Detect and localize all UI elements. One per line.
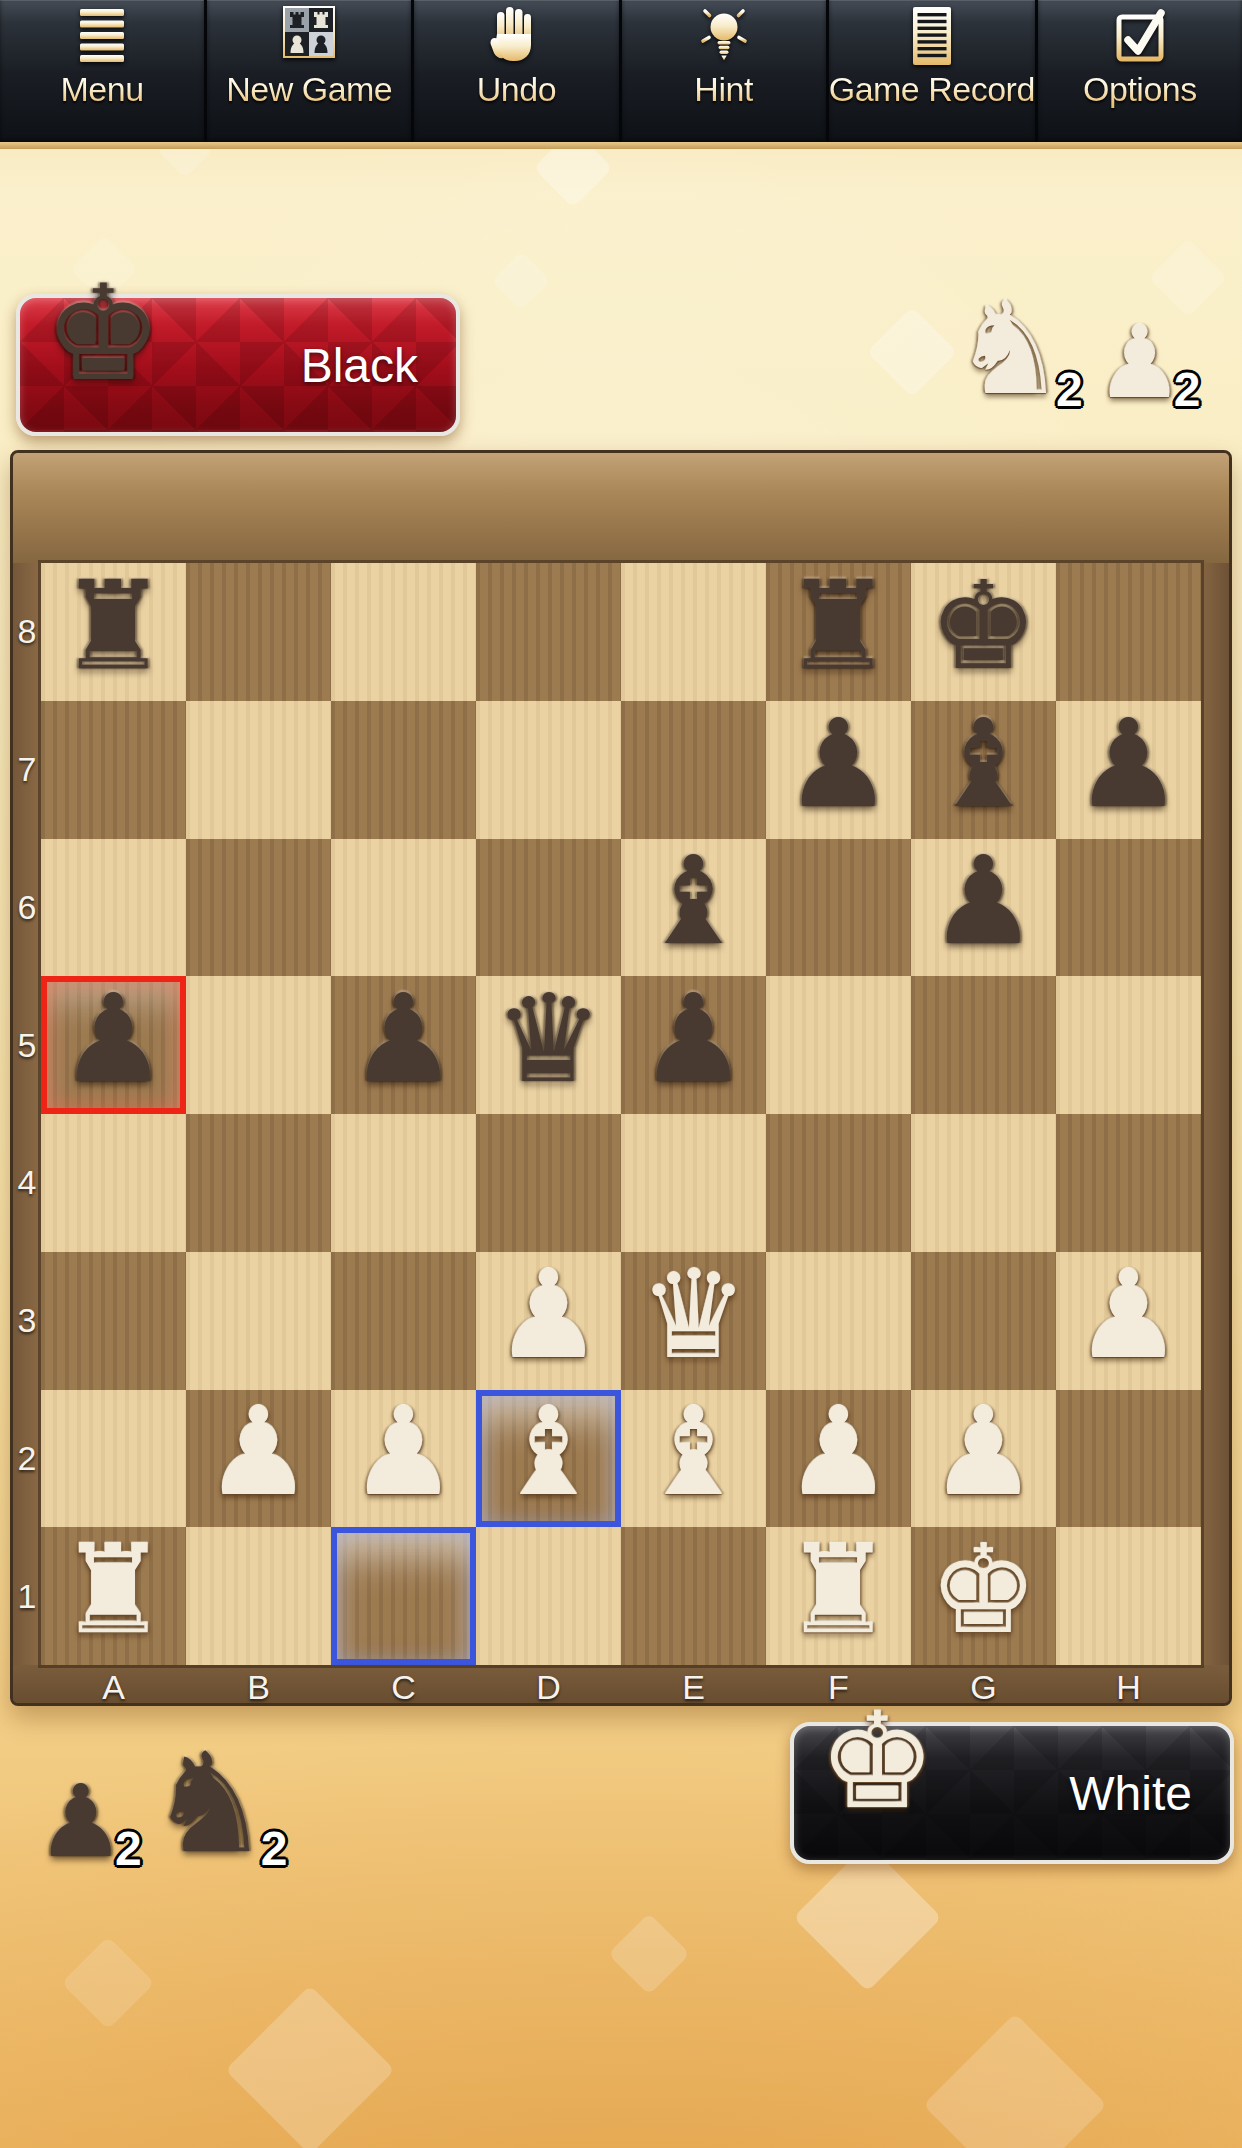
square-d7[interactable] (476, 701, 621, 839)
background-diamond (608, 1913, 690, 1995)
black-bishop-e6: ♝ (621, 833, 766, 971)
black-pawn-e5: ♟ (621, 970, 766, 1108)
square-c3[interactable] (331, 1252, 476, 1390)
white-knight-icon: ♞ (952, 288, 1067, 410)
white-pawn-d3: ♟ (476, 1246, 621, 1384)
square-a4[interactable] (41, 1114, 186, 1252)
square-h3[interactable]: ♟ (1056, 1252, 1201, 1390)
black-king-badge-icon: ♚ (44, 258, 162, 410)
square-c4[interactable] (331, 1114, 476, 1252)
new-game-label: New Game (226, 70, 392, 109)
square-e8[interactable] (621, 563, 766, 701)
black-king-g8: ♚ (911, 557, 1056, 695)
white-pawn-g2: ♟ (911, 1384, 1056, 1522)
white-king-badge-icon: ♚ (818, 1686, 936, 1838)
options-label: Options (1083, 70, 1197, 109)
hint-button[interactable]: Hint (622, 0, 826, 142)
file-label-e: E (621, 1665, 766, 1709)
square-a7[interactable] (41, 701, 186, 839)
rank-label-4: 4 (13, 1114, 41, 1252)
captured-black-knight: ♞2 (148, 1738, 272, 1869)
square-g2[interactable]: ♟ (911, 1390, 1056, 1528)
square-d1[interactable] (476, 1527, 621, 1665)
square-b4[interactable] (186, 1114, 331, 1252)
white-queen-e3: ♛ (621, 1246, 766, 1384)
square-c7[interactable] (331, 701, 476, 839)
square-b2[interactable]: ♟ (186, 1390, 331, 1528)
black-player-badge: ♚ Black (16, 294, 460, 436)
square-h6[interactable] (1056, 839, 1201, 977)
mini-board-icon (277, 4, 341, 68)
black-queen-d5: ♛ (476, 970, 621, 1108)
white-rook-f1: ♜ (766, 1521, 911, 1659)
square-e1[interactable] (621, 1527, 766, 1665)
square-f4[interactable] (766, 1114, 911, 1252)
background-diamond (225, 1985, 395, 2148)
rank-label-1: 1 (13, 1527, 41, 1665)
white-player-badge: ♚ White (790, 1722, 1234, 1864)
square-b3[interactable] (186, 1252, 331, 1390)
square-e7[interactable] (621, 701, 766, 839)
black-pawn-g6: ♟ (911, 833, 1056, 971)
square-f1[interactable]: ♜ (766, 1527, 911, 1665)
square-h5[interactable] (1056, 976, 1201, 1114)
square-c5[interactable]: ♟ (331, 976, 476, 1114)
square-d6[interactable] (476, 839, 621, 977)
square-b6[interactable] (186, 839, 331, 977)
square-a5[interactable]: ♟ (41, 976, 186, 1114)
square-g4[interactable] (911, 1114, 1056, 1252)
square-h7[interactable]: ♟ (1056, 701, 1201, 839)
rank-label-2: 2 (13, 1390, 41, 1528)
square-g1[interactable]: ♚ (911, 1527, 1056, 1665)
game-record-button[interactable]: Game Record (829, 0, 1035, 142)
rank-label-8: 8 (13, 563, 41, 701)
rank-label-6: 6 (13, 839, 41, 977)
menu-label: Menu (61, 70, 144, 109)
square-g6[interactable]: ♟ (911, 839, 1056, 977)
white-player-label: White (1069, 1766, 1192, 1821)
options-button[interactable]: Options (1038, 0, 1242, 142)
black-pawn-a5: ♟ (41, 970, 186, 1108)
board-squares: ♜♜♚♟♝♟♝♟♟♟♛♟♟♛♟♟♟♝♝♟♟♜♜♚ (41, 563, 1201, 1665)
background-diamond (923, 2013, 1107, 2148)
rank-label-3: 3 (13, 1252, 41, 1390)
board-frame-top (13, 453, 1229, 563)
toolbar-gold-divider (0, 142, 1242, 149)
white-bishop-d2: ♝ (476, 1384, 621, 1522)
white-bishop-e2: ♝ (621, 1384, 766, 1522)
toolbar: Menu New Game Undo (0, 0, 1242, 142)
game-record-label: Game Record (829, 70, 1035, 109)
square-b5[interactable] (186, 976, 331, 1114)
white-pawn-c2: ♟ (331, 1384, 476, 1522)
captured-white-pieces-tray: ♞2♟2 (952, 288, 1184, 410)
rank-labels: 87654321 (13, 563, 41, 1665)
square-c2[interactable]: ♟ (331, 1390, 476, 1528)
white-rook-a1: ♜ (41, 1521, 186, 1659)
black-player-label: Black (301, 338, 418, 393)
square-a6[interactable] (41, 839, 186, 977)
square-a2[interactable] (41, 1390, 186, 1528)
square-a8[interactable]: ♜ (41, 563, 186, 701)
menu-icon (70, 4, 134, 68)
square-h8[interactable] (1056, 563, 1201, 701)
file-label-a: A (41, 1665, 186, 1709)
black-pawn-icon: ♟ (36, 1774, 126, 1869)
undo-button[interactable]: Undo (414, 0, 618, 142)
square-a3[interactable] (41, 1252, 186, 1390)
chess-board: 87654321 ♜♜♚♟♝♟♝♟♟♟♛♟♟♛♟♟♟♝♝♟♟♜♜♚ ABCDEF… (10, 450, 1232, 1706)
square-d2[interactable]: ♝ (476, 1390, 621, 1528)
square-h2[interactable] (1056, 1390, 1201, 1528)
rank-label-5: 5 (13, 976, 41, 1114)
square-c8[interactable] (331, 563, 476, 701)
black-rook-a8: ♜ (41, 557, 186, 695)
rank-label-7: 7 (13, 701, 41, 839)
square-e2[interactable]: ♝ (621, 1390, 766, 1528)
square-f3[interactable] (766, 1252, 911, 1390)
new-game-button[interactable]: New Game (207, 0, 411, 142)
square-g3[interactable] (911, 1252, 1056, 1390)
square-d3[interactable]: ♟ (476, 1252, 621, 1390)
square-g7[interactable]: ♝ (911, 701, 1056, 839)
square-c6[interactable] (331, 839, 476, 977)
square-e5[interactable]: ♟ (621, 976, 766, 1114)
captured-white-pawn: ♟2 (1095, 315, 1185, 410)
file-label-h: H (1056, 1665, 1201, 1709)
black-pawn-h7: ♟ (1056, 695, 1201, 833)
file-labels: ABCDEFGH (41, 1665, 1201, 1709)
black-knight-icon: ♞ (148, 1738, 272, 1869)
captured-white-knight: ♞2 (952, 288, 1067, 410)
background-diamond (61, 1936, 154, 2029)
square-a1[interactable]: ♜ (41, 1527, 186, 1665)
square-d8[interactable] (476, 563, 621, 701)
square-h4[interactable] (1056, 1114, 1201, 1252)
square-f2[interactable]: ♟ (766, 1390, 911, 1528)
checkbox-icon (1108, 4, 1172, 68)
white-pawn-icon: ♟ (1095, 315, 1185, 410)
white-pawn-b2: ♟ (186, 1384, 331, 1522)
file-label-d: D (476, 1665, 621, 1709)
square-f7[interactable]: ♟ (766, 701, 911, 839)
square-d4[interactable] (476, 1114, 621, 1252)
file-label-c: C (331, 1665, 476, 1709)
captured-count: 2 (115, 1825, 142, 1873)
hint-label: Hint (694, 70, 752, 109)
black-pawn-f7: ♟ (766, 695, 911, 833)
document-lines-icon (900, 4, 964, 68)
black-pawn-c5: ♟ (331, 970, 476, 1108)
background-diamond (793, 1843, 941, 1991)
square-e6[interactable]: ♝ (621, 839, 766, 977)
white-pawn-h3: ♟ (1056, 1246, 1201, 1384)
background-diamond (491, 251, 550, 310)
square-e3[interactable]: ♛ (621, 1252, 766, 1390)
white-pawn-f2: ♟ (766, 1384, 911, 1522)
captured-count: 2 (261, 1825, 288, 1873)
lightbulb-icon (692, 4, 756, 68)
white-king-g1: ♚ (911, 1521, 1056, 1659)
square-g5[interactable] (911, 976, 1056, 1114)
square-h1[interactable] (1056, 1527, 1201, 1665)
square-b7[interactable] (186, 701, 331, 839)
square-b1[interactable] (186, 1527, 331, 1665)
square-g8[interactable]: ♚ (911, 563, 1056, 701)
hand-icon (484, 4, 548, 68)
square-f8[interactable]: ♜ (766, 563, 911, 701)
captured-black-pawn: ♟2 (36, 1774, 126, 1869)
captured-black-pieces-tray: ♟2♞2 (36, 1738, 271, 1869)
captured-count: 2 (1056, 366, 1083, 414)
square-d5[interactable]: ♛ (476, 976, 621, 1114)
square-f6[interactable] (766, 839, 911, 977)
undo-label: Undo (477, 70, 556, 109)
captured-count: 2 (1174, 366, 1201, 414)
black-rook-f8: ♜ (766, 557, 911, 695)
square-f5[interactable] (766, 976, 911, 1114)
square-e4[interactable] (621, 1114, 766, 1252)
file-label-b: B (186, 1665, 331, 1709)
background-diamond (867, 307, 958, 398)
menu-button[interactable]: Menu (0, 0, 204, 142)
square-c1[interactable] (331, 1527, 476, 1665)
square-b8[interactable] (186, 563, 331, 701)
black-bishop-g7: ♝ (911, 695, 1056, 833)
